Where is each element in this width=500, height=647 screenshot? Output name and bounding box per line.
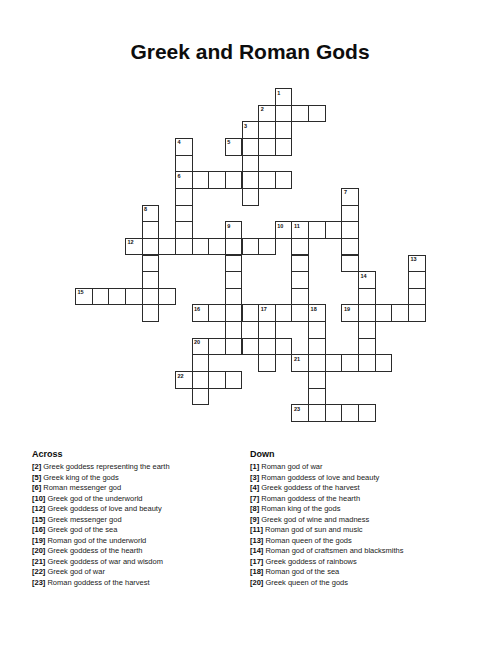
cell-r15c17[interactable]	[358, 338, 376, 356]
cell-r19c13[interactable]: 23	[291, 404, 309, 422]
cell-r13c9[interactable]	[225, 304, 243, 322]
cell-r13c16[interactable]: 19	[341, 304, 359, 322]
cell-r8c15[interactable]	[325, 221, 343, 239]
cell-number-23: 23	[294, 406, 300, 412]
cell-r19c17[interactable]	[358, 404, 376, 422]
cell-r11c4[interactable]	[142, 271, 160, 289]
across-clue-text: Greek god of the underworld	[47, 494, 142, 503]
clue-number-label: [9]	[250, 515, 261, 524]
down-clue-11: [11] Roman god of sun and music	[250, 525, 488, 536]
cell-r12c1[interactable]	[92, 288, 110, 306]
across-clue-15: [15] Greek messenger god	[32, 515, 246, 526]
down-clue-1: [1] Roman god of war	[250, 462, 488, 473]
cell-number-8: 8	[144, 206, 147, 212]
cell-number-9: 9	[227, 223, 230, 229]
cell-r11c13[interactable]	[291, 271, 309, 289]
cell-r12c2[interactable]	[108, 288, 126, 306]
clue-number-label: [13]	[250, 536, 265, 545]
down-clue-text: Roman god of the sea	[265, 567, 339, 576]
cell-r12c9[interactable]	[225, 288, 243, 306]
cell-r16c7[interactable]	[192, 354, 210, 372]
down-clue-7: [7] Roman goddess of the hearth	[250, 494, 488, 505]
cell-r9c6[interactable]	[175, 238, 193, 256]
down-clue-20: [20] Greek queen of the gods	[250, 578, 488, 589]
cell-number-1: 1	[277, 90, 280, 96]
cell-number-17: 17	[261, 306, 267, 312]
across-heading: Across	[32, 449, 246, 459]
cell-r12c20[interactable]	[408, 288, 426, 306]
across-clue-text: Greek messenger god	[47, 515, 121, 524]
down-clue-text: Greek goddess of the harvest	[261, 483, 359, 492]
cell-r16c13[interactable]: 21	[291, 354, 309, 372]
cell-r15c10[interactable]	[242, 338, 260, 356]
cell-number-16: 16	[194, 306, 200, 312]
cell-r18c7[interactable]	[192, 388, 210, 406]
across-clue-text: Greek goddess of war and wisdom	[47, 557, 162, 566]
cell-r13c17[interactable]	[358, 304, 376, 322]
clue-number-label: [14]	[250, 546, 265, 555]
cell-r12c5[interactable]	[158, 288, 176, 306]
cell-r3c11[interactable]	[258, 138, 276, 156]
cell-r7c16[interactable]	[341, 205, 359, 223]
across-clue-text: Greek god of the sea	[47, 525, 117, 534]
cell-r9c4[interactable]	[142, 238, 160, 256]
clue-number-label: [11]	[250, 525, 265, 534]
across-clue-6: [6] Roman messenger god	[32, 483, 246, 494]
cell-r11c17[interactable]: 14	[358, 271, 376, 289]
cell-r1c12[interactable]	[275, 105, 293, 123]
cell-r14c11[interactable]	[258, 321, 276, 339]
cell-r14c9[interactable]	[225, 321, 243, 339]
cell-r5c7[interactable]	[192, 171, 210, 189]
cell-number-19: 19	[344, 306, 350, 312]
cell-number-14: 14	[361, 273, 367, 279]
across-clue-10: [10] Greek god of the underworld	[32, 494, 246, 505]
cell-r4c6[interactable]	[175, 155, 193, 173]
cell-r0c12[interactable]: 1	[275, 88, 293, 106]
down-clue-text: Roman god of sun and music	[265, 525, 363, 534]
cell-r7c4[interactable]: 8	[142, 205, 160, 223]
cell-r12c13[interactable]	[291, 288, 309, 306]
cell-r11c20[interactable]	[408, 271, 426, 289]
cell-r18c14[interactable]	[308, 388, 326, 406]
cell-r6c10[interactable]	[242, 188, 260, 206]
cell-r12c17[interactable]	[358, 288, 376, 306]
cell-r15c11[interactable]	[258, 338, 276, 356]
across-clue-text: Greek goddess of love and beauty	[47, 504, 161, 513]
cell-r5c12[interactable]	[275, 171, 293, 189]
cell-number-15: 15	[78, 289, 84, 295]
across-clue-text: Roman god of the underworld	[47, 536, 146, 545]
cell-r1c13[interactable]	[291, 105, 309, 123]
cell-r3c9[interactable]: 5	[225, 138, 243, 156]
cell-r5c10[interactable]	[242, 171, 260, 189]
down-clue-text: Roman goddess of love and beauty	[261, 473, 379, 482]
cell-r10c20[interactable]: 13	[408, 255, 426, 273]
across-clue-16: [16] Greek god of the sea	[32, 525, 246, 536]
cell-r19c14[interactable]	[308, 404, 326, 422]
clue-number-label: [10]	[32, 494, 47, 503]
cell-r13c14[interactable]: 18	[308, 304, 326, 322]
cell-r15c8[interactable]	[208, 338, 226, 356]
cell-number-6: 6	[177, 173, 180, 179]
cell-r8c13[interactable]: 11	[291, 221, 309, 239]
cell-r10c13[interactable]	[291, 255, 309, 273]
cell-r2c12[interactable]	[275, 121, 293, 139]
cell-r9c9[interactable]	[225, 238, 243, 256]
clue-number-label: [20]	[32, 546, 47, 555]
down-clue-9: [9] Greek god of wine and madness	[250, 515, 488, 526]
down-clue-17: [17] Greek goddess of rainbows	[250, 557, 488, 568]
cell-r5c6[interactable]: 6	[175, 171, 193, 189]
cell-r19c15[interactable]	[325, 404, 343, 422]
cell-r11c9[interactable]	[225, 271, 243, 289]
across-clue-text: Greek god of war	[47, 567, 105, 576]
cell-r9c7[interactable]	[192, 238, 210, 256]
cell-r14c14[interactable]	[308, 321, 326, 339]
cell-r9c13[interactable]	[291, 238, 309, 256]
cell-r16c18[interactable]	[375, 354, 393, 372]
down-heading: Down	[250, 449, 488, 459]
cell-number-12: 12	[127, 239, 133, 245]
cell-r9c5[interactable]	[158, 238, 176, 256]
clue-number-label: [6]	[32, 483, 43, 492]
across-clue-22: [22] Greek god of war	[32, 567, 246, 578]
down-clue-13: [13] Roman queen of the gods	[250, 536, 488, 547]
clue-number-label: [15]	[32, 515, 47, 524]
cell-r13c11[interactable]: 17	[258, 304, 276, 322]
crossword-page: Greek and Roman Gods 1234567891011121314…	[0, 0, 500, 647]
across-clue-12: [12] Greek goddess of love and beauty	[32, 504, 246, 515]
across-clue-5: [5] Greek king of the gods	[32, 473, 246, 484]
clue-number-label: [17]	[250, 557, 265, 566]
cell-number-21: 21	[294, 356, 300, 362]
down-clue-text: Roman goddess of the hearth	[261, 494, 360, 503]
cell-r9c3[interactable]: 12	[125, 238, 143, 256]
clue-number-label: [12]	[32, 504, 47, 513]
cell-r13c13[interactable]	[291, 304, 309, 322]
clue-number-label: [1]	[250, 462, 261, 471]
cell-r19c16[interactable]	[341, 404, 359, 422]
across-clue-2: [2] Greek goddess representing the earth	[32, 462, 246, 473]
across-clue-text: Greek goddess representing the earth	[43, 462, 169, 471]
cell-r16c16[interactable]	[341, 354, 359, 372]
clue-number-label: [3]	[250, 473, 261, 482]
cell-r17c9[interactable]	[225, 371, 243, 389]
cell-r12c3[interactable]	[125, 288, 143, 306]
cell-r7c6[interactable]	[175, 205, 193, 223]
clue-number-label: [7]	[250, 494, 261, 503]
cell-r16c15[interactable]	[325, 354, 343, 372]
down-clue-8: [8] Roman king of the gods	[250, 504, 488, 515]
down-clue-14: [14] Roman god of craftsmen and blacksmi…	[250, 546, 488, 557]
cell-number-2: 2	[261, 106, 264, 112]
cell-r13c20[interactable]	[408, 304, 426, 322]
across-clue-20: [20] Greek goddess of the hearth	[32, 546, 246, 557]
cell-r9c11[interactable]	[258, 238, 276, 256]
cell-r8c6[interactable]	[175, 221, 193, 239]
clue-number-label: [22]	[32, 567, 47, 576]
clue-number-label: [2]	[32, 462, 43, 471]
crossword-grid: 1234567891011121314151617181920212223	[75, 88, 427, 423]
cell-r10c16[interactable]	[341, 255, 359, 273]
down-clue-text: Roman god of war	[261, 462, 322, 471]
across-clues-section: Across [2] Greek goddess representing th…	[32, 449, 246, 589]
cell-r16c11[interactable]	[258, 354, 276, 372]
cell-number-11: 11	[294, 223, 300, 229]
cell-r12c0[interactable]: 15	[75, 288, 93, 306]
cell-r10c4[interactable]	[142, 255, 160, 273]
cell-r8c14[interactable]	[308, 221, 326, 239]
cell-r16c14[interactable]	[308, 354, 326, 372]
cell-r1c11[interactable]: 2	[258, 105, 276, 123]
cell-r14c17[interactable]	[358, 321, 376, 339]
cell-r15c12[interactable]	[275, 338, 293, 356]
cell-r3c6[interactable]: 4	[175, 138, 193, 156]
cell-number-7: 7	[344, 189, 347, 195]
cell-r5c8[interactable]	[208, 171, 226, 189]
cell-r5c11[interactable]	[258, 171, 276, 189]
across-clue-19: [19] Roman god of the underworld	[32, 536, 246, 547]
cell-r6c6[interactable]	[175, 188, 193, 206]
clue-number-label: [20]	[250, 578, 265, 587]
clue-number-label: [8]	[250, 504, 261, 513]
cell-r8c16[interactable]	[341, 221, 359, 239]
across-clue-text: Roman goddess of the harvest	[47, 578, 149, 587]
down-clues-list: [1] Roman god of war[3] Roman goddess of…	[250, 462, 488, 589]
cell-r12c4[interactable]	[142, 288, 160, 306]
cell-r9c16[interactable]	[341, 238, 359, 256]
down-clue-text: Greek god of wine and madness	[261, 515, 369, 524]
cell-r13c10[interactable]	[242, 304, 260, 322]
cell-r17c7[interactable]	[192, 371, 210, 389]
down-clue-text: Roman god of craftsmen and blacksmiths	[265, 546, 403, 555]
cell-r17c6[interactable]: 22	[175, 371, 193, 389]
across-clue-text: Greek king of the gods	[43, 473, 118, 482]
down-clues-section: Down [1] Roman god of war[3] Roman godde…	[250, 449, 488, 589]
down-clue-text: Greek queen of the gods	[265, 578, 348, 587]
clue-number-label: [23]	[32, 578, 47, 587]
cell-r1c14[interactable]	[308, 105, 326, 123]
down-clue-text: Roman king of the gods	[261, 504, 340, 513]
down-clue-text: Greek goddess of rainbows	[265, 557, 356, 566]
clue-number-label: [16]	[32, 525, 47, 534]
across-clue-text: Greek goddess of the hearth	[47, 546, 142, 555]
cell-r17c8[interactable]	[208, 371, 226, 389]
clue-number-label: [4]	[250, 483, 261, 492]
across-clue-23: [23] Roman goddess of the harvest	[32, 578, 246, 589]
cell-number-13: 13	[411, 256, 417, 262]
clue-number-label: [5]	[32, 473, 43, 482]
down-clue-4: [4] Greek goddess of the harvest	[250, 483, 488, 494]
cell-number-3: 3	[244, 123, 247, 129]
cell-r8c9[interactable]: 9	[225, 221, 243, 239]
clue-number-label: [18]	[250, 567, 265, 576]
cell-number-5: 5	[227, 139, 230, 145]
down-clue-18: [18] Roman god of the sea	[250, 567, 488, 578]
across-clues-list: [2] Greek goddess representing the earth…	[32, 462, 246, 589]
down-clue-3: [3] Roman goddess of love and beauty	[250, 473, 488, 484]
puzzle-title: Greek and Roman Gods	[0, 40, 500, 63]
cell-r8c12[interactable]: 10	[275, 221, 293, 239]
cell-r15c14[interactable]	[308, 338, 326, 356]
cell-number-10: 10	[277, 223, 283, 229]
cell-r10c9[interactable]	[225, 255, 243, 273]
cell-number-18: 18	[311, 306, 317, 312]
cell-r15c9[interactable]	[225, 338, 243, 356]
cell-r6c16[interactable]: 7	[341, 188, 359, 206]
across-clue-21: [21] Greek goddess of war and wisdom	[32, 557, 246, 568]
cell-r3c12[interactable]	[275, 138, 293, 156]
cell-r8c4[interactable]	[142, 221, 160, 239]
cell-r2c10[interactable]: 3	[242, 121, 260, 139]
cell-r9c8[interactable]	[208, 238, 226, 256]
cell-r4c10[interactable]	[242, 155, 260, 173]
cell-r15c7[interactable]: 20	[192, 338, 210, 356]
cell-r3c10[interactable]	[242, 138, 260, 156]
cell-r17c14[interactable]	[308, 371, 326, 389]
cell-r13c4[interactable]	[142, 304, 160, 322]
cell-number-20: 20	[194, 339, 200, 345]
down-clue-text: Roman queen of the gods	[265, 536, 351, 545]
cell-r16c17[interactable]	[358, 354, 376, 372]
cell-r13c8[interactable]	[208, 304, 226, 322]
cell-number-4: 4	[177, 139, 180, 145]
cell-r9c10[interactable]	[242, 238, 260, 256]
cell-r13c18[interactable]	[375, 304, 393, 322]
cell-r13c12[interactable]	[275, 304, 293, 322]
cell-r13c7[interactable]: 16	[192, 304, 210, 322]
cell-number-22: 22	[177, 373, 183, 379]
clue-number-label: [19]	[32, 536, 47, 545]
cell-r13c19[interactable]	[391, 304, 409, 322]
across-clue-text: Roman messenger god	[43, 483, 121, 492]
clue-number-label: [21]	[32, 557, 47, 566]
cell-r5c9[interactable]	[225, 171, 243, 189]
